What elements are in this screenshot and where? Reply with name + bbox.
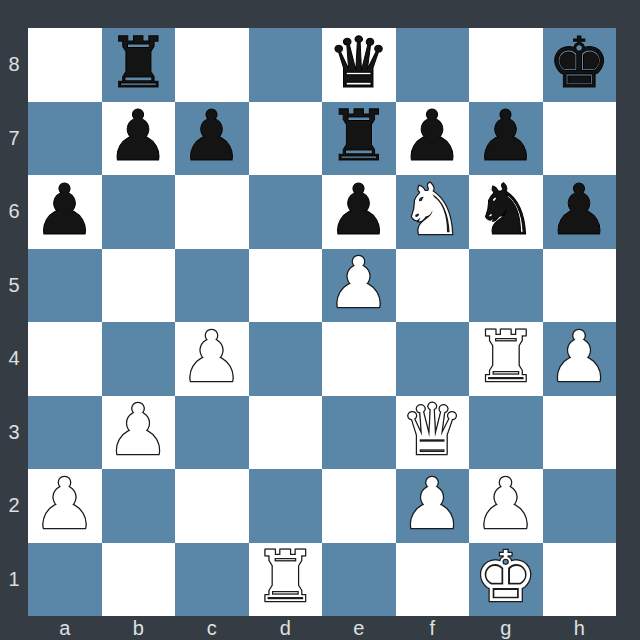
square-g4[interactable]: ♜ — [469, 322, 543, 396]
piece-white-pawn[interactable]: ♟ — [107, 395, 170, 465]
square-g7[interactable]: ♟ — [469, 102, 543, 176]
piece-black-pawn[interactable]: ♟ — [548, 175, 611, 245]
square-e6[interactable]: ♟ — [322, 175, 396, 249]
piece-white-rook[interactable]: ♜ — [254, 542, 317, 612]
piece-white-pawn[interactable]: ♟ — [33, 469, 96, 539]
piece-white-pawn[interactable]: ♟ — [327, 248, 390, 318]
square-b4[interactable] — [102, 322, 176, 396]
square-h3[interactable] — [543, 396, 617, 470]
square-b3[interactable]: ♟ — [102, 396, 176, 470]
file-label-a: a — [28, 616, 102, 640]
piece-white-pawn[interactable]: ♟ — [548, 322, 611, 392]
rank-label-2: 2 — [0, 469, 28, 543]
square-b8[interactable]: ♜ — [102, 28, 176, 102]
piece-black-pawn[interactable]: ♟ — [401, 101, 464, 171]
square-a4[interactable] — [28, 322, 102, 396]
square-g1[interactable]: ♚ — [469, 543, 543, 617]
square-b5[interactable] — [102, 249, 176, 323]
square-c7[interactable]: ♟ — [175, 102, 249, 176]
file-label-g: g — [469, 616, 543, 640]
piece-black-pawn[interactable]: ♟ — [33, 175, 96, 245]
square-d6[interactable] — [249, 175, 323, 249]
square-f3[interactable]: ♛ — [396, 396, 470, 470]
square-h6[interactable]: ♟ — [543, 175, 617, 249]
piece-black-pawn[interactable]: ♟ — [180, 101, 243, 171]
rank-labels: 87654321 — [0, 28, 28, 616]
square-d1[interactable]: ♜ — [249, 543, 323, 617]
square-d3[interactable] — [249, 396, 323, 470]
piece-white-pawn[interactable]: ♟ — [401, 469, 464, 539]
piece-black-rook[interactable]: ♜ — [327, 101, 390, 171]
square-g3[interactable] — [469, 396, 543, 470]
piece-black-pawn[interactable]: ♟ — [474, 101, 537, 171]
piece-white-pawn[interactable]: ♟ — [474, 469, 537, 539]
piece-white-king[interactable]: ♚ — [474, 542, 537, 612]
square-a5[interactable] — [28, 249, 102, 323]
piece-black-knight[interactable]: ♞ — [474, 175, 537, 245]
square-g5[interactable] — [469, 249, 543, 323]
chess-app-screen: 87654321 ♜♛♚♟♟♜♟♟♟♟♞♞♟♟♟♜♟♟♛♟♟♟♜♚ abcdef… — [0, 0, 640, 640]
piece-white-pawn[interactable]: ♟ — [180, 322, 243, 392]
square-g8[interactable] — [469, 28, 543, 102]
square-a7[interactable] — [28, 102, 102, 176]
square-d2[interactable] — [249, 469, 323, 543]
rank-label-7: 7 — [0, 102, 28, 176]
square-h2[interactable] — [543, 469, 617, 543]
square-f7[interactable]: ♟ — [396, 102, 470, 176]
square-c6[interactable] — [175, 175, 249, 249]
square-e1[interactable] — [322, 543, 396, 617]
square-e7[interactable]: ♜ — [322, 102, 396, 176]
piece-black-king[interactable]: ♚ — [548, 28, 611, 98]
square-f2[interactable]: ♟ — [396, 469, 470, 543]
square-a2[interactable]: ♟ — [28, 469, 102, 543]
square-h1[interactable] — [543, 543, 617, 617]
square-h8[interactable]: ♚ — [543, 28, 617, 102]
file-label-b: b — [102, 616, 176, 640]
square-e2[interactable] — [322, 469, 396, 543]
square-d4[interactable] — [249, 322, 323, 396]
square-d7[interactable] — [249, 102, 323, 176]
file-labels: abcdefgh — [28, 616, 616, 640]
square-d8[interactable] — [249, 28, 323, 102]
rank-label-6: 6 — [0, 175, 28, 249]
square-d5[interactable] — [249, 249, 323, 323]
rank-label-1: 1 — [0, 543, 28, 617]
square-b2[interactable] — [102, 469, 176, 543]
piece-black-rook[interactable]: ♜ — [107, 28, 170, 98]
square-f4[interactable] — [396, 322, 470, 396]
square-c4[interactable]: ♟ — [175, 322, 249, 396]
square-c2[interactable] — [175, 469, 249, 543]
square-e5[interactable]: ♟ — [322, 249, 396, 323]
rank-label-5: 5 — [0, 249, 28, 323]
square-c5[interactable] — [175, 249, 249, 323]
piece-black-pawn[interactable]: ♟ — [107, 101, 170, 171]
square-g2[interactable]: ♟ — [469, 469, 543, 543]
square-a1[interactable] — [28, 543, 102, 617]
square-e8[interactable]: ♛ — [322, 28, 396, 102]
square-a3[interactable] — [28, 396, 102, 470]
file-label-h: h — [543, 616, 617, 640]
square-h4[interactable]: ♟ — [543, 322, 617, 396]
square-e4[interactable] — [322, 322, 396, 396]
square-e3[interactable] — [322, 396, 396, 470]
piece-black-queen[interactable]: ♛ — [327, 28, 390, 98]
square-h7[interactable] — [543, 102, 617, 176]
square-f8[interactable] — [396, 28, 470, 102]
rank-label-8: 8 — [0, 28, 28, 102]
rank-label-3: 3 — [0, 396, 28, 470]
square-h5[interactable] — [543, 249, 617, 323]
square-c8[interactable] — [175, 28, 249, 102]
square-f6[interactable]: ♞ — [396, 175, 470, 249]
square-a6[interactable]: ♟ — [28, 175, 102, 249]
chess-board: ♜♛♚♟♟♜♟♟♟♟♞♞♟♟♟♜♟♟♛♟♟♟♜♚ — [28, 28, 616, 616]
file-label-f: f — [396, 616, 470, 640]
piece-white-knight[interactable]: ♞ — [401, 175, 464, 245]
square-a8[interactable] — [28, 28, 102, 102]
piece-white-queen[interactable]: ♛ — [401, 395, 464, 465]
square-f1[interactable] — [396, 543, 470, 617]
square-b6[interactable] — [102, 175, 176, 249]
square-g6[interactable]: ♞ — [469, 175, 543, 249]
square-c1[interactable] — [175, 543, 249, 617]
square-f5[interactable] — [396, 249, 470, 323]
piece-black-pawn[interactable]: ♟ — [327, 175, 390, 245]
file-label-c: c — [175, 616, 249, 640]
square-c3[interactable] — [175, 396, 249, 470]
file-label-e: e — [322, 616, 396, 640]
square-b7[interactable]: ♟ — [102, 102, 176, 176]
piece-white-rook[interactable]: ♜ — [474, 322, 537, 392]
square-b1[interactable] — [102, 543, 176, 617]
rank-label-4: 4 — [0, 322, 28, 396]
file-label-d: d — [249, 616, 323, 640]
